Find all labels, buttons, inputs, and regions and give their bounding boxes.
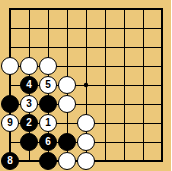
white-stone[interactable] — [58, 76, 76, 94]
white-stone[interactable]: 5 — [39, 76, 57, 94]
white-stone[interactable] — [1, 57, 19, 75]
white-stone[interactable] — [77, 133, 95, 151]
black-stone[interactable]: 6 — [39, 133, 57, 151]
white-stone[interactable]: 1 — [39, 114, 57, 132]
black-stone[interactable] — [20, 133, 38, 151]
black-stone[interactable] — [39, 152, 57, 170]
white-stone[interactable] — [58, 152, 76, 170]
white-stone[interactable] — [58, 95, 76, 113]
white-stone[interactable] — [77, 152, 95, 170]
black-stone[interactable]: 4 — [20, 76, 38, 94]
white-stone[interactable] — [39, 57, 57, 75]
white-stone[interactable] — [77, 114, 95, 132]
black-stone[interactable]: 2 — [20, 114, 38, 132]
go-board[interactable]: 45392168 — [0, 0, 171, 171]
white-stone[interactable]: 9 — [1, 114, 19, 132]
black-stone[interactable] — [39, 95, 57, 113]
black-stone[interactable] — [58, 133, 76, 151]
white-stone[interactable]: 3 — [20, 95, 38, 113]
black-stone[interactable] — [1, 95, 19, 113]
white-stone[interactable] — [20, 57, 38, 75]
black-stone[interactable]: 8 — [1, 152, 19, 170]
board-cells: 45392168 — [1, 0, 172, 171]
